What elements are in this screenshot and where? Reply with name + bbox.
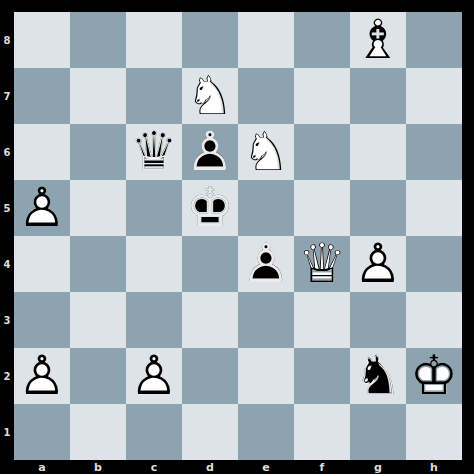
square-d2[interactable] [182,348,238,404]
square-h3[interactable] [406,292,462,348]
file-label-g: g [350,460,406,474]
square-a1[interactable] [14,404,70,460]
square-h8[interactable] [406,12,462,68]
piece-white-queen-f4[interactable]: ♛♕ [294,236,350,292]
square-d6[interactable]: ♟♙ [182,124,238,180]
square-b4[interactable] [70,236,126,292]
square-a5[interactable]: ♟♙ [14,180,70,236]
square-d1[interactable] [182,404,238,460]
square-h6[interactable] [406,124,462,180]
black-pawn-glyph-fill: ♟ [238,236,294,292]
square-f2[interactable] [294,348,350,404]
white-bishop-glyph-outline: ♗ [350,12,406,68]
white-queen-glyph-fill: ♛ [294,236,350,292]
white-knight-glyph-outline: ♘ [238,124,294,180]
piece-white-knight-e6[interactable]: ♞♘ [238,124,294,180]
square-f3[interactable] [294,292,350,348]
square-b2[interactable] [70,348,126,404]
black-king-glyph-outline: ♔ [182,180,238,236]
file-label-f: f [294,460,350,474]
square-h2[interactable]: ♚♔ [406,348,462,404]
square-a6[interactable] [14,124,70,180]
square-c6[interactable]: ♛♕ [126,124,182,180]
square-h4[interactable] [406,236,462,292]
piece-black-queen-c6[interactable]: ♛♕ [126,124,182,180]
square-c8[interactable] [126,12,182,68]
white-pawn-glyph-outline: ♙ [126,348,182,404]
square-e7[interactable] [238,68,294,124]
rank-label-1: 1 [0,404,14,460]
black-queen-glyph-outline: ♕ [126,124,182,180]
square-e3[interactable] [238,292,294,348]
white-king-glyph-outline: ♔ [406,348,462,404]
white-pawn-glyph-fill: ♟ [350,236,406,292]
square-h5[interactable] [406,180,462,236]
black-pawn-glyph-fill: ♟ [182,124,238,180]
black-knight-glyph-outline: ♘ [350,348,406,404]
white-king-glyph-fill: ♚ [406,348,462,404]
file-label-b: b [70,460,126,474]
square-d5[interactable]: ♚♔ [182,180,238,236]
rank-label-2: 2 [0,348,14,404]
square-g7[interactable] [350,68,406,124]
square-g3[interactable] [350,292,406,348]
square-d3[interactable] [182,292,238,348]
square-b3[interactable] [70,292,126,348]
black-knight-glyph-fill: ♞ [350,348,406,404]
piece-black-king-d5[interactable]: ♚♔ [182,180,238,236]
square-d8[interactable] [182,12,238,68]
square-g1[interactable] [350,404,406,460]
square-h1[interactable] [406,404,462,460]
white-pawn-glyph-outline: ♙ [14,180,70,236]
square-b7[interactable] [70,68,126,124]
square-a4[interactable] [14,236,70,292]
white-bishop-glyph-fill: ♝ [350,12,406,68]
piece-black-pawn-e4[interactable]: ♟♙ [238,236,294,292]
square-g2[interactable]: ♞♘ [350,348,406,404]
chessboard: ♝♗♞♘♛♕♟♙♞♘♟♙♚♔♟♙♛♕♟♙♟♙♟♙♞♘♚♔ [14,12,462,460]
file-label-h: h [406,460,462,474]
square-f7[interactable] [294,68,350,124]
square-f6[interactable] [294,124,350,180]
white-pawn-glyph-outline: ♙ [14,348,70,404]
piece-white-knight-d7[interactable]: ♞♘ [182,68,238,124]
square-c5[interactable] [126,180,182,236]
rank-label-6: 6 [0,124,14,180]
square-e5[interactable] [238,180,294,236]
square-a3[interactable] [14,292,70,348]
black-king-glyph-fill: ♚ [182,180,238,236]
square-d4[interactable] [182,236,238,292]
white-pawn-glyph-fill: ♟ [14,348,70,404]
piece-black-pawn-d6[interactable]: ♟♙ [182,124,238,180]
square-b5[interactable] [70,180,126,236]
square-f4[interactable]: ♛♕ [294,236,350,292]
piece-white-pawn-c2[interactable]: ♟♙ [126,348,182,404]
square-g6[interactable] [350,124,406,180]
square-f1[interactable] [294,404,350,460]
square-e6[interactable]: ♞♘ [238,124,294,180]
white-knight-glyph-fill: ♞ [182,68,238,124]
white-pawn-glyph-outline: ♙ [350,236,406,292]
square-e4[interactable]: ♟♙ [238,236,294,292]
square-c7[interactable] [126,68,182,124]
square-a7[interactable] [14,68,70,124]
square-a2[interactable]: ♟♙ [14,348,70,404]
square-f8[interactable] [294,12,350,68]
square-c2[interactable]: ♟♙ [126,348,182,404]
white-pawn-glyph-fill: ♟ [14,180,70,236]
piece-white-pawn-a5[interactable]: ♟♙ [14,180,70,236]
square-h7[interactable] [406,68,462,124]
square-e1[interactable] [238,404,294,460]
white-queen-glyph-outline: ♕ [294,236,350,292]
square-f5[interactable] [294,180,350,236]
rank-label-4: 4 [0,236,14,292]
piece-white-pawn-a2[interactable]: ♟♙ [14,348,70,404]
black-pawn-glyph-outline: ♙ [238,236,294,292]
white-knight-glyph-fill: ♞ [238,124,294,180]
square-e2[interactable] [238,348,294,404]
piece-white-king-h2[interactable]: ♚♔ [406,348,462,404]
file-label-e: e [238,460,294,474]
chessboard-frame: ♝♗♞♘♛♕♟♙♞♘♟♙♚♔♟♙♛♕♟♙♟♙♟♙♞♘♚♔ 87654321 ab… [0,0,474,474]
square-a8[interactable] [14,12,70,68]
rank-label-5: 5 [0,180,14,236]
white-knight-glyph-outline: ♘ [182,68,238,124]
file-label-a: a [14,460,70,474]
square-c1[interactable] [126,404,182,460]
file-label-c: c [126,460,182,474]
black-queen-glyph-fill: ♛ [126,124,182,180]
piece-white-bishop-g8[interactable]: ♝♗ [350,12,406,68]
square-g8[interactable]: ♝♗ [350,12,406,68]
black-pawn-glyph-outline: ♙ [182,124,238,180]
piece-black-knight-g2[interactable]: ♞♘ [350,348,406,404]
rank-label-8: 8 [0,12,14,68]
square-c4[interactable] [126,236,182,292]
rank-label-7: 7 [0,68,14,124]
square-g5[interactable] [350,180,406,236]
square-g4[interactable]: ♟♙ [350,236,406,292]
piece-white-pawn-g4[interactable]: ♟♙ [350,236,406,292]
square-b8[interactable] [70,12,126,68]
square-c3[interactable] [126,292,182,348]
white-pawn-glyph-fill: ♟ [126,348,182,404]
file-label-d: d [182,460,238,474]
square-b1[interactable] [70,404,126,460]
square-d7[interactable]: ♞♘ [182,68,238,124]
square-b6[interactable] [70,124,126,180]
rank-label-3: 3 [0,292,14,348]
square-e8[interactable] [238,12,294,68]
